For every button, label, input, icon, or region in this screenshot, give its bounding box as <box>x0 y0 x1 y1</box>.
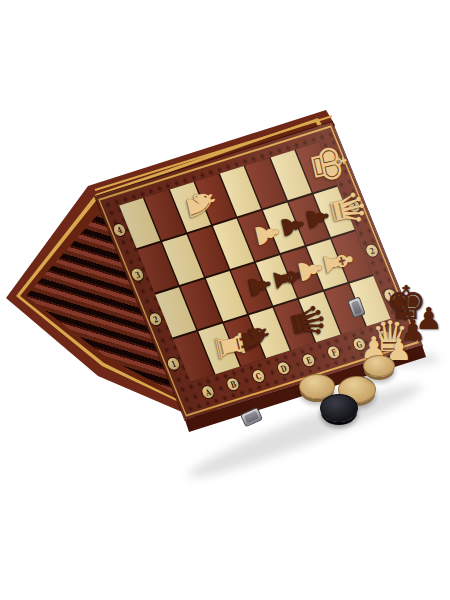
black-checker-chip <box>320 394 358 422</box>
standing-piece-dark-pawn: ♟ <box>414 304 444 334</box>
clasp-slot <box>351 300 362 315</box>
photo-scene: 43214321ABCDEFGH ♞♚♟♟♟♛♟♝♟♝♜♞♛♚♟♟♛♟♟ <box>0 0 450 600</box>
clasp-slot <box>244 411 259 424</box>
light-checker-chip <box>363 355 395 377</box>
